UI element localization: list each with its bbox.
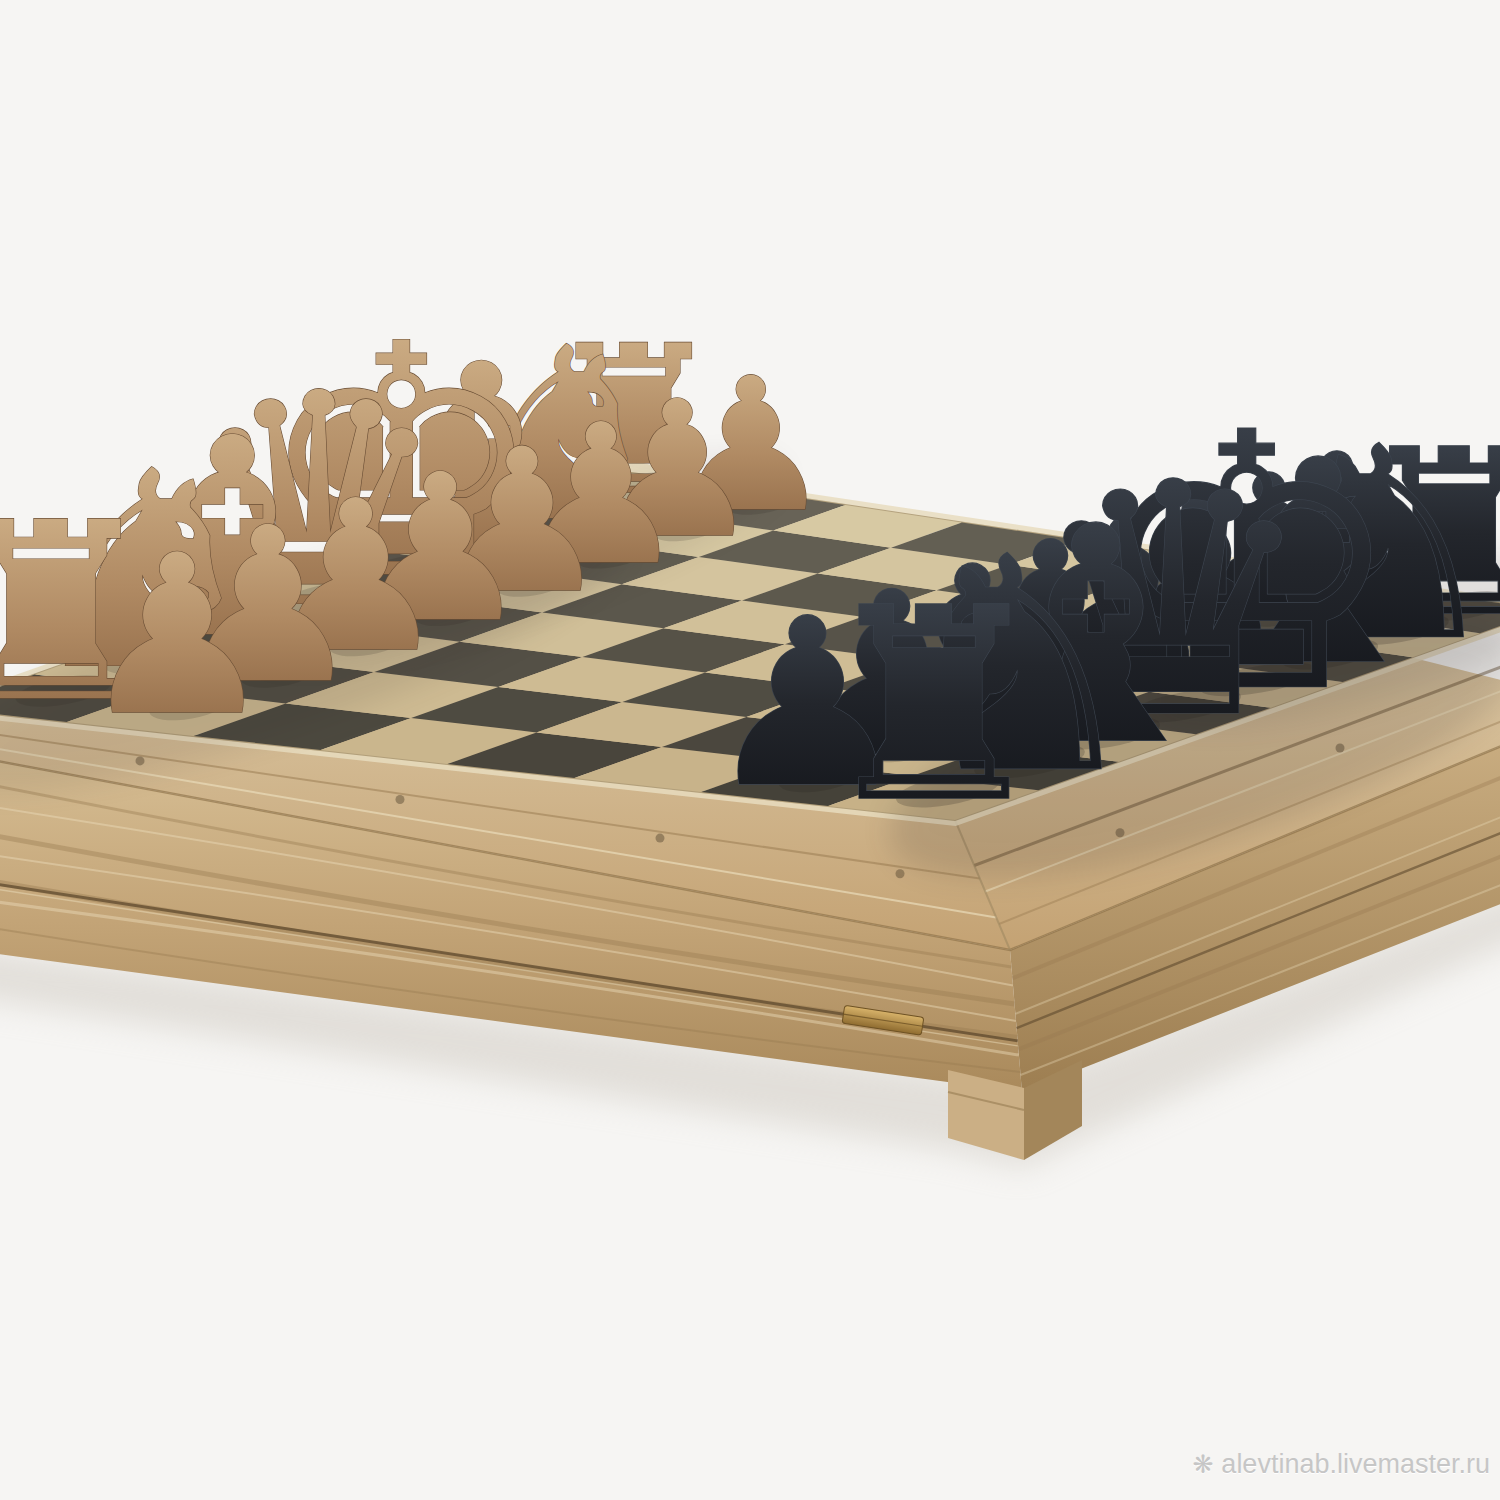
watermark: ❋ alevtinab.livemaster.ru (1192, 1449, 1490, 1480)
rim-plug-dot (396, 795, 405, 804)
product-photo-stage: ♜♟♞♟♝♟♚♟♟♛♜♟♟♝♞♟♟♝♞♟♟♚♟♜♟♛♟♝♟♞♟♜ ❋ alevt… (0, 0, 1500, 1500)
rim-plug-dot (896, 869, 905, 878)
watermark-text: alevtinab.livemaster.ru (1221, 1449, 1490, 1480)
piece-black-rook-a8: ♜ (815, 551, 1053, 861)
rim-plug-dot (656, 834, 665, 843)
livemaster-flower-icon: ❋ (1192, 1452, 1213, 1477)
chess-set-photo: ♜♟♞♟♝♟♚♟♟♛♜♟♟♝♞♟♟♝♞♟♟♚♟♜♟♛♟♝♟♞♟♜ (0, 0, 1500, 1500)
piece-white-pawn-a2: ♟ (78, 508, 275, 764)
